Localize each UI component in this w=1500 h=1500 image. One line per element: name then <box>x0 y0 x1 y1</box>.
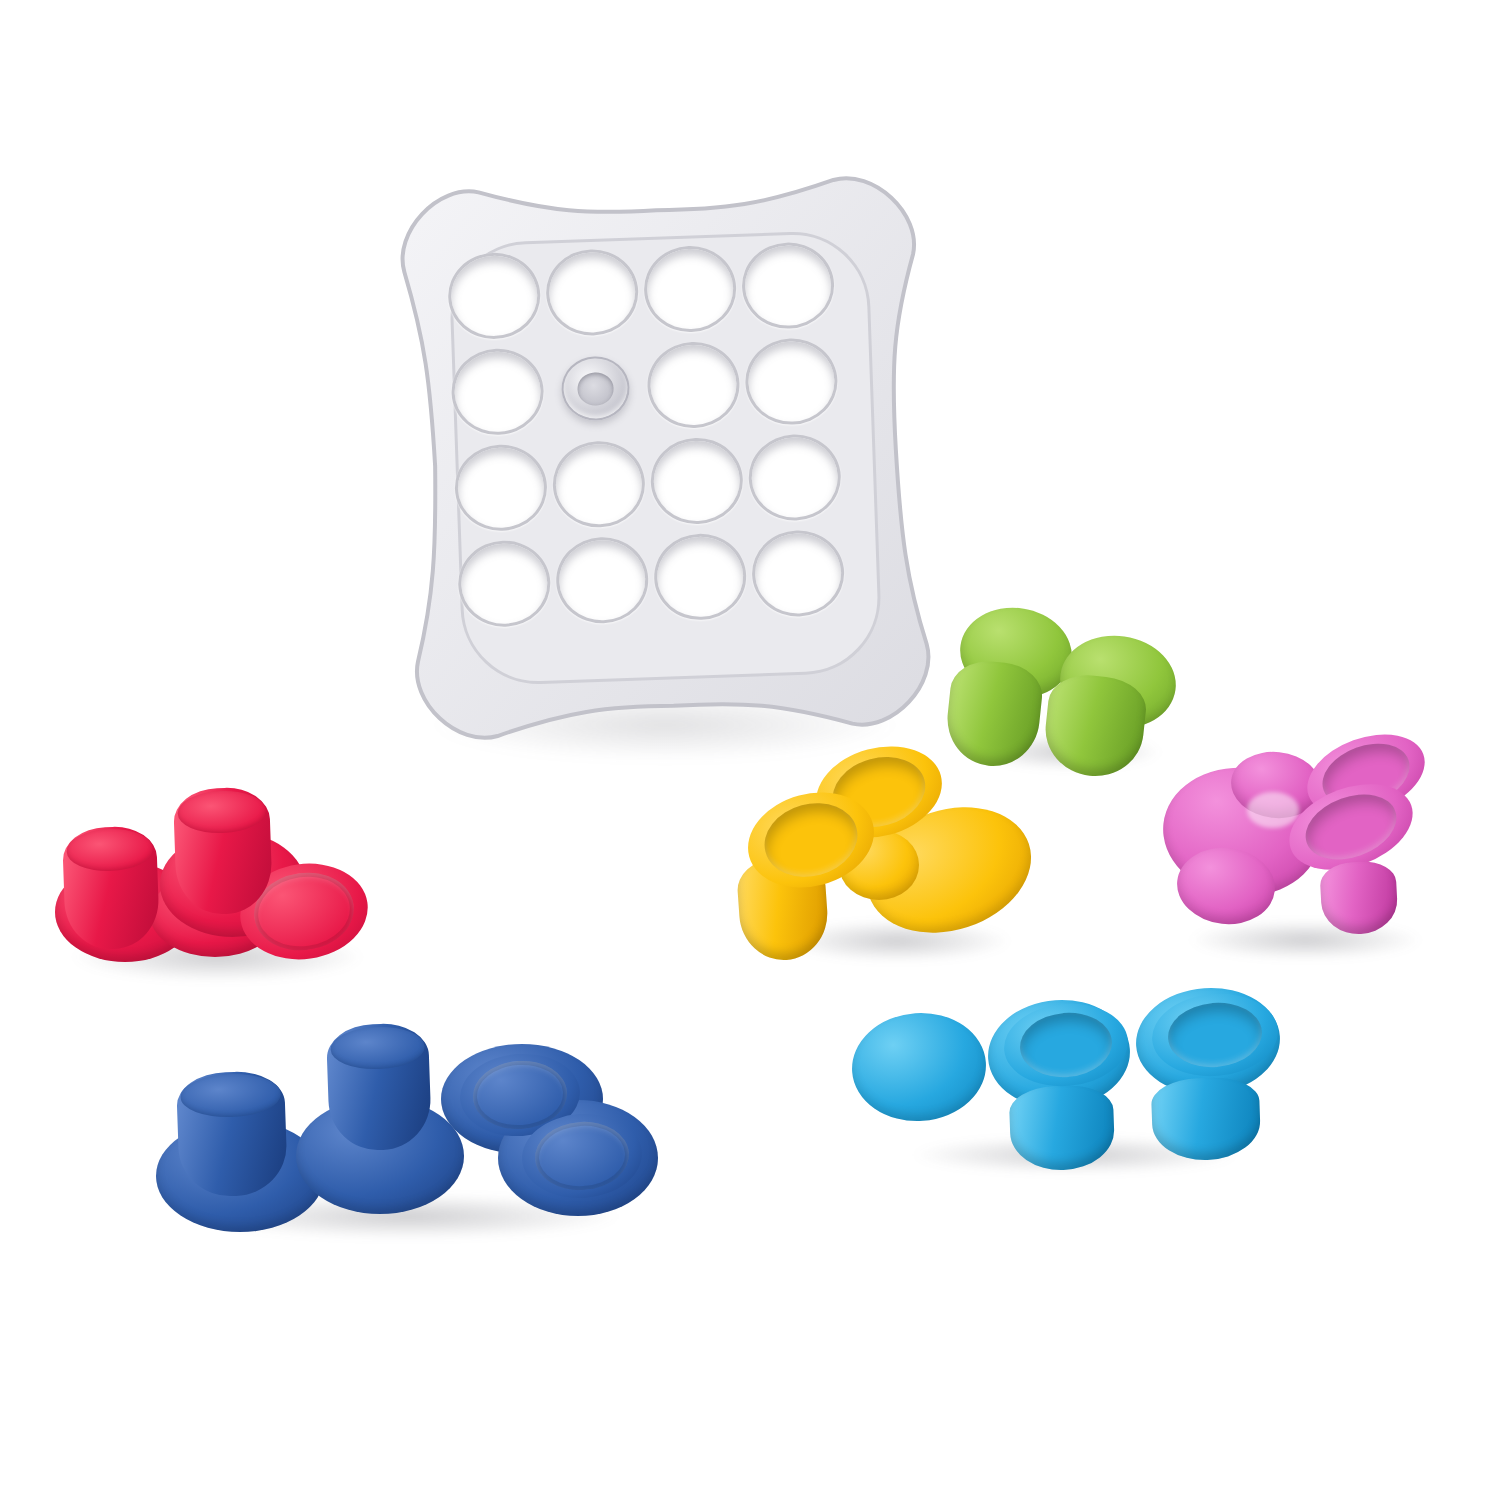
center-knob <box>560 355 630 421</box>
board-cell-r3c4 <box>744 428 845 527</box>
board-cell-r2c3 <box>643 335 744 434</box>
piece-peg <box>173 786 273 915</box>
board-hole[interactable] <box>551 440 646 529</box>
board-cell-r4c3 <box>650 527 751 626</box>
piece-pink[interactable] <box>1163 738 1455 966</box>
board-cell-r2c1 <box>447 342 548 441</box>
piece-lobe <box>848 1008 989 1125</box>
board-hole[interactable] <box>450 347 545 436</box>
board-hole[interactable] <box>447 251 542 340</box>
board-hole[interactable] <box>453 443 548 532</box>
piece-red[interactable] <box>55 772 385 994</box>
board-hole[interactable] <box>545 248 640 337</box>
piece-peg <box>326 1022 432 1151</box>
product-photo-scene <box>0 0 1500 1500</box>
board-cell-r4c1 <box>454 534 555 633</box>
board-cell-r2c2 <box>545 339 646 438</box>
board-cell-r1c4 <box>737 236 838 335</box>
board-grid <box>444 236 849 633</box>
puzzle-board <box>383 159 948 758</box>
board-hole[interactable] <box>744 337 839 426</box>
board-hole[interactable] <box>741 241 836 330</box>
board-cell-r3c3 <box>646 431 747 530</box>
piece-peg <box>62 825 160 950</box>
board-cell-r3c1 <box>450 438 551 537</box>
board-cell-r1c2 <box>542 243 643 342</box>
board-hole[interactable] <box>653 532 748 621</box>
piece-cyan[interactable] <box>852 988 1304 1178</box>
board-hole[interactable] <box>555 536 650 625</box>
board-hole[interactable] <box>751 529 846 618</box>
piece-blue[interactable] <box>148 1002 663 1244</box>
board-cell-r3c2 <box>548 435 649 534</box>
board-cell-r2c4 <box>741 332 842 431</box>
board-hole[interactable] <box>457 539 552 628</box>
piece-center-gap <box>1247 792 1299 828</box>
piece-peg <box>176 1070 288 1198</box>
board-cell-r4c4 <box>747 524 848 623</box>
board-cell-r1c3 <box>639 239 740 338</box>
board-cell-r1c1 <box>444 246 545 345</box>
piece-peg <box>1151 1076 1262 1162</box>
board-hole[interactable] <box>643 244 738 333</box>
piece-shadow <box>1188 920 1423 960</box>
board-hole[interactable] <box>649 436 744 525</box>
board-hole[interactable] <box>646 340 741 429</box>
board-cell-r4c2 <box>552 531 653 630</box>
board-hole[interactable] <box>747 433 842 522</box>
piece-yellow[interactable] <box>727 742 1035 967</box>
